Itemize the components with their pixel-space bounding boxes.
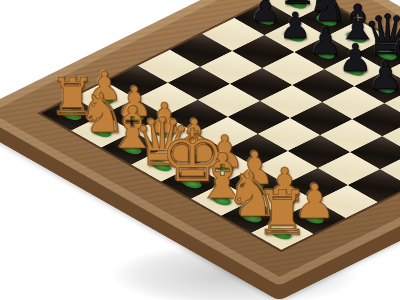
chess-set-photo: ♜♞♝♛♚♝♞♜♟♟♟♟♟♟♟♟♟♟♟♟♟♟♟♟♜♞♝♛♚♝♞♜ [0, 0, 400, 300]
board-squares [41, 0, 400, 250]
